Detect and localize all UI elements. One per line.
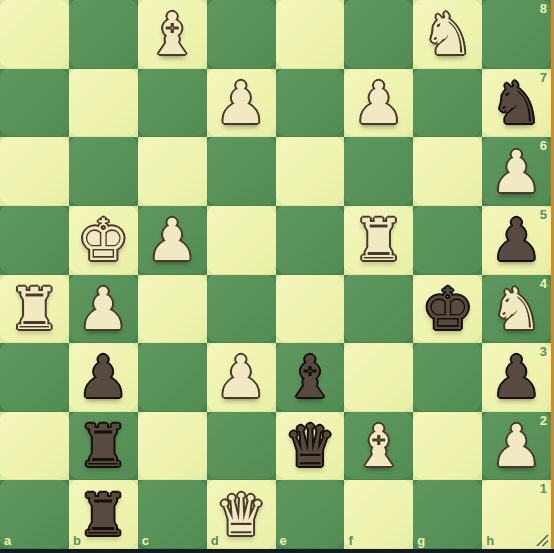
square-g6[interactable]: [413, 137, 482, 206]
square-g7[interactable]: [413, 69, 482, 138]
white-queen-d1[interactable]: ♛: [207, 480, 276, 549]
white-pawn-h2[interactable]: ♟: [482, 412, 551, 481]
rank-label-1: 1: [540, 481, 547, 496]
square-c5[interactable]: ♟: [138, 206, 207, 275]
square-g3[interactable]: [413, 343, 482, 412]
square-f8[interactable]: [344, 0, 413, 69]
square-d5[interactable]: [207, 206, 276, 275]
white-pawn-d7[interactable]: ♟: [207, 69, 276, 138]
black-rook-b1[interactable]: ♜: [69, 480, 138, 549]
white-pawn-c5[interactable]: ♟: [138, 206, 207, 275]
square-d2[interactable]: [207, 412, 276, 481]
square-f4[interactable]: [344, 275, 413, 344]
file-label-a: a: [4, 533, 11, 548]
square-b6[interactable]: [69, 137, 138, 206]
square-g5[interactable]: [413, 206, 482, 275]
square-c6[interactable]: [138, 137, 207, 206]
square-d4[interactable]: [207, 275, 276, 344]
square-h2[interactable]: ♟2: [482, 412, 551, 481]
square-a4[interactable]: ♜: [0, 275, 69, 344]
square-b7[interactable]: [69, 69, 138, 138]
square-b5[interactable]: ♚: [69, 206, 138, 275]
square-e3[interactable]: ♝: [276, 343, 345, 412]
file-label-c: c: [142, 533, 149, 548]
square-a7[interactable]: [0, 69, 69, 138]
square-c4[interactable]: [138, 275, 207, 344]
square-e4[interactable]: [276, 275, 345, 344]
rank-label-8: 8: [540, 1, 547, 16]
square-g2[interactable]: [413, 412, 482, 481]
black-bishop-e3[interactable]: ♝: [276, 343, 345, 412]
black-pawn-h3[interactable]: ♟: [482, 343, 551, 412]
square-g8[interactable]: ♞: [413, 0, 482, 69]
square-g4[interactable]: ♚: [413, 275, 482, 344]
white-bishop-f2[interactable]: ♝: [344, 412, 413, 481]
square-a8[interactable]: [0, 0, 69, 69]
square-b3[interactable]: ♟: [69, 343, 138, 412]
black-knight-h7[interactable]: ♞: [482, 69, 551, 138]
resize-handle-icon[interactable]: [536, 534, 549, 547]
white-knight-g8[interactable]: ♞: [413, 0, 482, 69]
black-pawn-h5[interactable]: ♟: [482, 206, 551, 275]
square-d3[interactable]: ♟: [207, 343, 276, 412]
square-h8[interactable]: 8: [482, 0, 551, 69]
square-c8[interactable]: ♝: [138, 0, 207, 69]
white-king-b5[interactable]: ♚: [69, 206, 138, 275]
square-b8[interactable]: [69, 0, 138, 69]
white-pawn-d3[interactable]: ♟: [207, 343, 276, 412]
square-e5[interactable]: [276, 206, 345, 275]
square-g1[interactable]: g: [413, 480, 482, 549]
window-frame: ♝♞8♟♟♞7♟6♚♟♜♟5♜♟♚♞4♟♟♝♟3♜♛♝♟2a♜bc♛defg1h: [0, 0, 554, 553]
square-e8[interactable]: [276, 0, 345, 69]
square-a1[interactable]: a: [0, 480, 69, 549]
square-b1[interactable]: ♜b: [69, 480, 138, 549]
square-a2[interactable]: [0, 412, 69, 481]
square-a5[interactable]: [0, 206, 69, 275]
square-b4[interactable]: ♟: [69, 275, 138, 344]
square-f6[interactable]: [344, 137, 413, 206]
square-b2[interactable]: ♜: [69, 412, 138, 481]
square-e7[interactable]: [276, 69, 345, 138]
square-c1[interactable]: c: [138, 480, 207, 549]
white-knight-h4[interactable]: ♞: [482, 275, 551, 344]
square-d1[interactable]: ♛d: [207, 480, 276, 549]
file-label-h: h: [486, 533, 494, 548]
square-e1[interactable]: e: [276, 480, 345, 549]
square-h6[interactable]: ♟6: [482, 137, 551, 206]
square-h5[interactable]: ♟5: [482, 206, 551, 275]
square-d7[interactable]: ♟: [207, 69, 276, 138]
white-pawn-h6[interactable]: ♟: [482, 137, 551, 206]
black-queen-e2[interactable]: ♛: [276, 412, 345, 481]
square-a3[interactable]: [0, 343, 69, 412]
file-label-g: g: [417, 533, 425, 548]
window-bottom-border: [0, 549, 554, 553]
file-label-e: e: [280, 533, 287, 548]
white-rook-f5[interactable]: ♜: [344, 206, 413, 275]
square-f7[interactable]: ♟: [344, 69, 413, 138]
square-h1[interactable]: 1h: [482, 480, 551, 549]
file-label-f: f: [348, 533, 352, 548]
black-rook-b2[interactable]: ♜: [69, 412, 138, 481]
square-c2[interactable]: [138, 412, 207, 481]
square-d6[interactable]: [207, 137, 276, 206]
square-f5[interactable]: ♜: [344, 206, 413, 275]
square-h4[interactable]: ♞4: [482, 275, 551, 344]
white-pawn-f7[interactable]: ♟: [344, 69, 413, 138]
chess-board: ♝♞8♟♟♞7♟6♚♟♜♟5♜♟♚♞4♟♟♝♟3♜♛♝♟2a♜bc♛defg1h: [0, 0, 551, 549]
square-f3[interactable]: [344, 343, 413, 412]
square-f2[interactable]: ♝: [344, 412, 413, 481]
black-pawn-b3[interactable]: ♟: [69, 343, 138, 412]
square-h3[interactable]: ♟3: [482, 343, 551, 412]
square-a6[interactable]: [0, 137, 69, 206]
square-c3[interactable]: [138, 343, 207, 412]
white-bishop-c8[interactable]: ♝: [138, 0, 207, 69]
square-h7[interactable]: ♞7: [482, 69, 551, 138]
square-c7[interactable]: [138, 69, 207, 138]
square-e6[interactable]: [276, 137, 345, 206]
square-e2[interactable]: ♛: [276, 412, 345, 481]
square-d8[interactable]: [207, 0, 276, 69]
square-f1[interactable]: f: [344, 480, 413, 549]
white-pawn-b4[interactable]: ♟: [69, 275, 138, 344]
white-rook-a4[interactable]: ♜: [0, 275, 69, 344]
black-king-g4[interactable]: ♚: [413, 275, 482, 344]
